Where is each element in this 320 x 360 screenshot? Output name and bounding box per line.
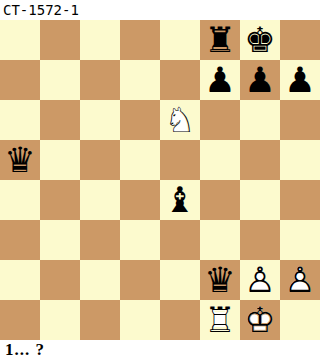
square-f6[interactable]: [200, 100, 240, 140]
square-c1[interactable]: [80, 300, 120, 340]
square-e7[interactable]: [160, 60, 200, 100]
square-h1[interactable]: [280, 300, 320, 340]
square-g6[interactable]: [240, 100, 280, 140]
square-e4[interactable]: ♝: [160, 180, 200, 220]
square-h5[interactable]: [280, 140, 320, 180]
square-e5[interactable]: [160, 140, 200, 180]
square-g7[interactable]: ♟: [240, 60, 280, 100]
square-d3[interactable]: [120, 220, 160, 260]
piece-white-pawn-outline: ♙: [280, 260, 320, 300]
piece-black-queen[interactable]: ♛: [4, 140, 35, 180]
piece-white-knight-outline: ♘: [160, 100, 200, 140]
square-c8[interactable]: [80, 20, 120, 60]
piece-black-queen[interactable]: ♛: [204, 260, 235, 300]
square-c7[interactable]: [80, 60, 120, 100]
piece-black-rook[interactable]: ♜: [204, 20, 235, 60]
square-d5[interactable]: [120, 140, 160, 180]
square-g5[interactable]: [240, 140, 280, 180]
square-h8[interactable]: [280, 20, 320, 60]
square-g1[interactable]: ♚♔: [240, 300, 280, 340]
piece-white-pawn-outline: ♙: [240, 260, 280, 300]
footer: 1... ?: [0, 340, 320, 360]
square-d2[interactable]: [120, 260, 160, 300]
square-g8[interactable]: ♚: [240, 20, 280, 60]
square-f7[interactable]: ♟: [200, 60, 240, 100]
square-f8[interactable]: ♜: [200, 20, 240, 60]
square-e6[interactable]: ♞♘: [160, 100, 200, 140]
piece-black-pawn[interactable]: ♟: [244, 60, 275, 100]
square-d4[interactable]: [120, 180, 160, 220]
square-g4[interactable]: [240, 180, 280, 220]
piece-white-pawn[interactable]: ♟♙: [280, 260, 320, 300]
piece-white-king[interactable]: ♚♔: [240, 300, 280, 340]
square-f3[interactable]: [200, 220, 240, 260]
square-e3[interactable]: [160, 220, 200, 260]
piece-black-bishop[interactable]: ♝: [164, 180, 195, 220]
square-d1[interactable]: [120, 300, 160, 340]
square-b8[interactable]: [40, 20, 80, 60]
square-a5[interactable]: ♛: [0, 140, 40, 180]
square-b4[interactable]: [40, 180, 80, 220]
square-e8[interactable]: [160, 20, 200, 60]
square-b1[interactable]: [40, 300, 80, 340]
square-h3[interactable]: [280, 220, 320, 260]
square-a4[interactable]: [0, 180, 40, 220]
square-c5[interactable]: [80, 140, 120, 180]
piece-white-pawn[interactable]: ♟♙: [240, 260, 280, 300]
square-a7[interactable]: [0, 60, 40, 100]
square-b5[interactable]: [40, 140, 80, 180]
square-c4[interactable]: [80, 180, 120, 220]
square-f2[interactable]: ♛: [200, 260, 240, 300]
square-a6[interactable]: [0, 100, 40, 140]
square-a1[interactable]: [0, 300, 40, 340]
header: CT-1572-1: [0, 0, 320, 20]
move-prompt: 1... ?: [5, 340, 45, 360]
piece-white-king-outline: ♔: [240, 300, 280, 340]
square-c3[interactable]: [80, 220, 120, 260]
square-b7[interactable]: [40, 60, 80, 100]
square-d7[interactable]: [120, 60, 160, 100]
square-d6[interactable]: [120, 100, 160, 140]
square-h6[interactable]: [280, 100, 320, 140]
piece-black-pawn[interactable]: ♟: [284, 60, 315, 100]
square-f1[interactable]: ♜♖: [200, 300, 240, 340]
piece-black-pawn[interactable]: ♟: [204, 60, 235, 100]
square-c2[interactable]: [80, 260, 120, 300]
square-f5[interactable]: [200, 140, 240, 180]
square-b2[interactable]: [40, 260, 80, 300]
square-a2[interactable]: [0, 260, 40, 300]
square-h7[interactable]: ♟: [280, 60, 320, 100]
square-e2[interactable]: [160, 260, 200, 300]
piece-white-rook[interactable]: ♜♖: [200, 300, 240, 340]
square-a8[interactable]: [0, 20, 40, 60]
piece-white-rook-outline: ♖: [200, 300, 240, 340]
square-a3[interactable]: [0, 220, 40, 260]
puzzle-id: CT-1572-1: [3, 0, 79, 20]
square-d8[interactable]: [120, 20, 160, 60]
square-h2[interactable]: ♟♙: [280, 260, 320, 300]
square-f4[interactable]: [200, 180, 240, 220]
square-g3[interactable]: [240, 220, 280, 260]
piece-white-knight[interactable]: ♞♘: [160, 100, 200, 140]
square-b3[interactable]: [40, 220, 80, 260]
piece-black-king[interactable]: ♚: [244, 20, 275, 60]
square-h4[interactable]: [280, 180, 320, 220]
chess-puzzle-page: CT-1572-1 ♜♚♟♟♟♞♘♛♝♛♟♙♟♙♜♖♚♔ 1... ?: [0, 0, 320, 360]
square-e1[interactable]: [160, 300, 200, 340]
square-g2[interactable]: ♟♙: [240, 260, 280, 300]
chess-board: ♜♚♟♟♟♞♘♛♝♛♟♙♟♙♜♖♚♔: [0, 20, 320, 340]
square-b6[interactable]: [40, 100, 80, 140]
square-c6[interactable]: [80, 100, 120, 140]
